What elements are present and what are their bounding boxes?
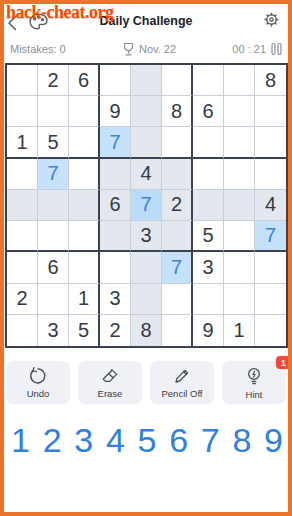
cell-r6c2[interactable]: [69, 252, 100, 283]
cell-r0c5[interactable]: [162, 65, 193, 96]
cell-r3c3[interactable]: [100, 159, 131, 190]
cell-r8c4[interactable]: 8: [131, 315, 162, 346]
cell-r1c4[interactable]: [131, 96, 162, 127]
cell-value: 7: [140, 193, 151, 216]
cell-value: 3: [47, 319, 58, 342]
cell-r1c7[interactable]: [224, 96, 255, 127]
cell-r7c7[interactable]: [224, 284, 255, 315]
cell-r5c0[interactable]: [7, 221, 38, 252]
numpad-7[interactable]: 7: [201, 420, 220, 460]
cell-r4c5[interactable]: 2: [162, 190, 193, 221]
cell-r6c8[interactable]: [255, 252, 286, 283]
cell-r5c2[interactable]: [69, 221, 100, 252]
cell-r2c8[interactable]: [255, 127, 286, 158]
trophy-icon: [122, 42, 135, 56]
cell-value: 2: [47, 69, 58, 92]
cell-value: 2: [109, 319, 120, 342]
number-pad: 123456789: [11, 420, 283, 460]
cell-r5c5[interactable]: [162, 221, 193, 252]
cell-r6c0[interactable]: [7, 252, 38, 283]
cell-r4c7[interactable]: [224, 190, 255, 221]
cell-value: 1: [78, 287, 89, 310]
cell-value: 7: [47, 162, 58, 185]
cell-r1c3[interactable]: 9: [100, 96, 131, 127]
pencil-label: Pencil Off: [161, 388, 202, 399]
cell-r7c5[interactable]: [162, 284, 193, 315]
cell-value: 6: [109, 193, 120, 216]
cell-r7c4[interactable]: [131, 284, 162, 315]
cell-value: 5: [78, 319, 89, 342]
cell-value: 7: [171, 256, 182, 279]
undo-button[interactable]: Undo: [6, 361, 70, 404]
cell-value: 3: [140, 224, 151, 247]
pencil-button[interactable]: Pencil Off: [150, 361, 214, 404]
cell-r7c2[interactable]: 1: [69, 284, 100, 315]
cell-value: 1: [16, 131, 27, 154]
cell-r2c3[interactable]: 7: [100, 127, 131, 158]
cell-value: 9: [109, 100, 120, 123]
cell-r1c6[interactable]: 6: [193, 96, 224, 127]
cell-r0c1[interactable]: 2: [38, 65, 69, 96]
hint-badge: 1: [276, 356, 291, 369]
cell-r3c6[interactable]: [193, 159, 224, 190]
undo-label: Undo: [27, 388, 50, 399]
cell-value: 8: [140, 319, 151, 342]
cell-value: 6: [47, 256, 58, 279]
cell-r1c2[interactable]: [69, 96, 100, 127]
cell-r8c3[interactable]: 2: [100, 315, 131, 346]
cell-r6c3[interactable]: [100, 252, 131, 283]
cell-r5c4[interactable]: 3: [131, 221, 162, 252]
sudoku-board: 268986157746724357673213352891: [5, 63, 288, 348]
cell-r7c1[interactable]: [38, 284, 69, 315]
cell-r4c4[interactable]: 7: [131, 190, 162, 221]
cell-r3c2[interactable]: [69, 159, 100, 190]
numpad-8[interactable]: 8: [232, 420, 251, 460]
cell-value: 2: [171, 193, 182, 216]
toolbar: Undo Erase Pencil Off 1 Hint: [0, 361, 292, 404]
challenge-date: Nov. 22: [139, 43, 176, 55]
cell-r3c8[interactable]: [255, 159, 286, 190]
cell-r0c8[interactable]: 8: [255, 65, 286, 96]
numpad-4[interactable]: 4: [106, 420, 125, 460]
timer-value: 00 : 21: [232, 43, 266, 55]
cell-r0c0[interactable]: [7, 65, 38, 96]
cell-r7c6[interactable]: [193, 284, 224, 315]
cell-r6c1[interactable]: 6: [38, 252, 69, 283]
cell-r8c0[interactable]: [7, 315, 38, 346]
cell-r2c7[interactable]: [224, 127, 255, 158]
cell-value: 5: [202, 224, 213, 247]
cell-r8c7[interactable]: 1: [224, 315, 255, 346]
cell-r5c6[interactable]: 5: [193, 221, 224, 252]
cell-r5c7[interactable]: [224, 221, 255, 252]
erase-button[interactable]: Erase: [78, 361, 142, 404]
cell-value: 6: [202, 100, 213, 123]
settings-gear-icon[interactable]: [262, 10, 281, 29]
cell-r8c5[interactable]: [162, 315, 193, 346]
cell-r2c4[interactable]: [131, 127, 162, 158]
cell-r3c7[interactable]: [224, 159, 255, 190]
cell-r7c3[interactable]: 3: [100, 284, 131, 315]
cell-r1c8[interactable]: [255, 96, 286, 127]
cell-r6c6[interactable]: 3: [193, 252, 224, 283]
hint-label: Hint: [246, 389, 263, 400]
cell-value: 6: [78, 69, 89, 92]
numpad-9[interactable]: 9: [264, 420, 283, 460]
cell-r4c0[interactable]: [7, 190, 38, 221]
cell-r2c0[interactable]: 1: [7, 127, 38, 158]
cell-r3c4[interactable]: 4: [131, 159, 162, 190]
cell-value: 7: [109, 131, 120, 154]
cell-r6c5[interactable]: 7: [162, 252, 193, 283]
cell-r3c0[interactable]: [7, 159, 38, 190]
cell-r2c6[interactable]: [193, 127, 224, 158]
cell-r2c1[interactable]: 5: [38, 127, 69, 158]
cell-r4c8[interactable]: 4: [255, 190, 286, 221]
cell-value: 3: [109, 287, 120, 310]
cell-value: 4: [265, 193, 276, 216]
cell-r4c2[interactable]: [69, 190, 100, 221]
cell-r7c8[interactable]: [255, 284, 286, 315]
cell-value: 5: [47, 131, 58, 154]
cell-value: 2: [16, 287, 27, 310]
cell-r3c5[interactable]: [162, 159, 193, 190]
cell-r0c6[interactable]: [193, 65, 224, 96]
cell-value: 9: [202, 319, 213, 342]
cell-value: 8: [265, 69, 276, 92]
cell-r2c5[interactable]: [162, 127, 193, 158]
cell-r4c1[interactable]: [38, 190, 69, 221]
cell-r8c2[interactable]: 5: [69, 315, 100, 346]
cell-r5c1[interactable]: [38, 221, 69, 252]
status-bar: Mistakes: 0 Nov. 22 00 : 21: [10, 41, 283, 56]
cell-value: 8: [171, 100, 182, 123]
numpad-1[interactable]: 1: [11, 420, 30, 460]
cell-value: 7: [265, 224, 276, 247]
cell-value: 3: [202, 256, 213, 279]
cell-r0c2[interactable]: 6: [69, 65, 100, 96]
pause-icon[interactable]: [270, 42, 283, 56]
cell-r6c4[interactable]: [131, 252, 162, 283]
cell-r3c1[interactable]: 7: [38, 159, 69, 190]
watermark-text: hack-cheat.org: [6, 2, 113, 23]
cell-r1c0[interactable]: [7, 96, 38, 127]
cell-r1c5[interactable]: 8: [162, 96, 193, 127]
numpad-6[interactable]: 6: [169, 420, 188, 460]
cell-r4c6[interactable]: [193, 190, 224, 221]
erase-label: Erase: [98, 388, 123, 399]
cell-r8c8[interactable]: [255, 315, 286, 346]
cell-r0c3[interactable]: [100, 65, 131, 96]
numpad-3[interactable]: 3: [74, 420, 93, 460]
cell-value: 1: [233, 319, 244, 342]
cell-r8c1[interactable]: 3: [38, 315, 69, 346]
cell-r5c3[interactable]: [100, 221, 131, 252]
cell-r6c7[interactable]: [224, 252, 255, 283]
cell-r7c0[interactable]: 2: [7, 284, 38, 315]
numpad-5[interactable]: 5: [138, 420, 157, 460]
hint-button[interactable]: 1 Hint: [222, 361, 286, 404]
numpad-2[interactable]: 2: [43, 420, 62, 460]
cell-r5c8[interactable]: 7: [255, 221, 286, 252]
cell-r1c1[interactable]: [38, 96, 69, 127]
cell-r2c2[interactable]: [69, 127, 100, 158]
cell-r4c3[interactable]: 6: [100, 190, 131, 221]
cell-r0c7[interactable]: [224, 65, 255, 96]
cell-r0c4[interactable]: [131, 65, 162, 96]
cell-value: 4: [140, 162, 151, 185]
mistakes-counter: Mistakes: 0: [10, 43, 66, 55]
cell-r8c6[interactable]: 9: [193, 315, 224, 346]
